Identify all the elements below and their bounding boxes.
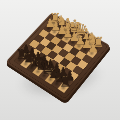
scene: ♜♞♝♚♛♝♞♜♟♟♟♟♟♟♟♟♟♟♟♟♟♟♟♟♜♞♝♚♛♝♞♜ <box>0 0 120 120</box>
piece-white-pawn: ♟ <box>88 43 96 54</box>
piece-black-rook: ♜ <box>59 75 67 88</box>
